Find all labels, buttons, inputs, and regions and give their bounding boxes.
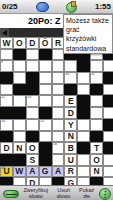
grid-cell-r2c2[interactable] [26, 60, 39, 72]
black-cell-r6c3 [39, 107, 52, 119]
grid-cell-r11c6[interactable] [77, 166, 90, 178]
grid-cell-r8c1[interactable] [13, 131, 26, 143]
grid-cell-r4c6[interactable] [77, 84, 90, 96]
grid-cell-r4c3[interactable] [39, 84, 52, 96]
clue-number: 20 [1, 166, 5, 170]
black-cell-r9c6 [77, 142, 90, 154]
black-cell-r2c6 [77, 60, 90, 72]
grid-cell-r11c0[interactable]: U20 [0, 166, 13, 178]
black-cell-r4c5 [64, 84, 77, 96]
app-badge-icon [36, 2, 49, 12]
black-cell-r10c1 [13, 154, 26, 166]
grid-cell-r3c5[interactable]: 10 [64, 72, 77, 84]
clue-number: 14 [1, 119, 5, 123]
black-cell-r4c7 [90, 84, 103, 96]
verify-word-button[interactable]: Zweryfikuj słowo [23, 188, 48, 199]
black-cell-r8c7 [90, 131, 103, 143]
grid-cell-r2c5[interactable] [64, 60, 77, 72]
black-cell-r12c4 [52, 177, 65, 185]
grid-cell-r7c6[interactable] [77, 119, 90, 131]
black-cell-r7c8 [103, 119, 113, 131]
grid-cell-r11c3[interactable]: G [39, 166, 52, 178]
grid-cell-r8c5[interactable]: N [64, 131, 77, 143]
grid-cell-r5c7[interactable] [90, 95, 103, 107]
grid-cell-r1c0[interactable] [0, 49, 13, 61]
grid-cell-r9c4[interactable]: 16 [52, 142, 65, 154]
grid-cell-r2c7[interactable] [90, 60, 103, 72]
grid-cell-r6c2[interactable] [26, 107, 39, 119]
grid-cell-r9c7[interactable]: T [90, 142, 103, 154]
timer: 1:55 [95, 2, 111, 11]
grid-cell-r8c6[interactable] [77, 131, 90, 143]
grid-cell-r12c8[interactable] [103, 177, 113, 185]
clue-number: 10 [65, 72, 69, 76]
grid-cell-r10c2[interactable]: S [26, 154, 39, 166]
black-cell-r6c0 [0, 107, 13, 119]
achievement-badge-icon [66, 2, 77, 13]
current-clue-text: 20Po: Z [28, 16, 61, 26]
clue-number: 16 [53, 142, 57, 146]
black-cell-r8c0 [0, 131, 13, 143]
tooltip-line: krzyżówki [66, 34, 110, 43]
grid-cell-r11c5[interactable]: R [64, 166, 77, 178]
grid-cell-r2c3[interactable] [39, 60, 52, 72]
grid-cell-r8c3[interactable] [39, 131, 52, 143]
scroll-left-button[interactable] [0, 28, 9, 37]
grid-cell-r7c0[interactable]: 14 [0, 119, 13, 131]
black-cell-r9c8 [103, 142, 113, 154]
clue-number: 11 [91, 72, 95, 76]
grid-cell-r2c1[interactable] [13, 60, 26, 72]
grid-cell-r1c2[interactable] [26, 49, 39, 61]
grid-cell-r12c1[interactable] [13, 177, 26, 185]
black-cell-r8c2 [26, 131, 39, 143]
grid-cell-r7c5[interactable]: Y [64, 119, 77, 131]
tooltip-line: Możesz także [66, 16, 110, 25]
black-cell-r6c1 [13, 107, 26, 119]
black-cell-r12c0 [0, 177, 13, 185]
grid-cell-r7c1[interactable] [13, 119, 26, 131]
grid-cell-r11c2[interactable]: A [26, 166, 39, 178]
grid-cell-r4c8[interactable] [103, 84, 113, 96]
hint-tooltip[interactable]: Możesz także grać krzyżówki standardowa [63, 14, 113, 54]
grid-cell-r7c7[interactable] [90, 119, 103, 131]
grid-cell-r8c8[interactable] [103, 131, 113, 143]
app-screen: 0/25 1:55 20Po: Z WODÓR910111213ED1415YN… [0, 0, 113, 200]
grid-cell-r8c4[interactable] [52, 131, 65, 143]
grid-cell-r3c7[interactable]: 11 [90, 72, 103, 84]
grid-cell-r11c7[interactable]: N [90, 166, 103, 178]
black-cell-r3c2 [26, 72, 39, 84]
black-cell-r12c7 [90, 177, 103, 185]
crossword-board[interactable]: WODÓR910111213ED1415YNDNO16BTSUOU20WAGAR… [0, 37, 113, 185]
grid-cell-r0c3[interactable]: Ó [39, 37, 52, 49]
grid-cell-r5c5[interactable]: E [64, 95, 77, 107]
green-pill-icon[interactable] [3, 190, 19, 198]
grid-cell-r2c0[interactable]: 9 [0, 60, 13, 72]
clue-number: 15 [40, 119, 44, 123]
clue-number: 12 [1, 95, 5, 99]
score-counter: 0/25 [2, 2, 18, 11]
grid-cell-r3c6[interactable] [77, 72, 90, 84]
tooltip-line: grać [66, 25, 110, 34]
show-wrong-button[interactable]: Pokaż złe [77, 188, 95, 199]
grid-cell-r10c5[interactable]: U [64, 154, 77, 166]
grid-cell-r5c1[interactable] [13, 95, 26, 107]
black-cell-r10c3 [39, 154, 52, 166]
bottom-toolbar: Zweryfikuj słowo Usuń słowo Pokaż złe ⋮ [0, 185, 113, 200]
grid-cell-r3c1[interactable] [13, 72, 26, 84]
grid-cell-r11c8[interactable] [103, 166, 113, 178]
black-cell-r1c1 [13, 49, 26, 61]
clue-number: 13 [27, 95, 31, 99]
status-bar: 0/25 1:55 [0, 0, 113, 14]
grid-cell-r5c3[interactable] [39, 95, 52, 107]
black-cell-r1c3 [39, 49, 52, 61]
black-cell-r9c3 [39, 142, 52, 154]
grid-cell-r11c1[interactable]: W [13, 166, 26, 178]
black-cell-r3c8 [103, 72, 113, 84]
grid-cell-r0c0[interactable]: W [0, 37, 13, 49]
grid-cell-r5c2[interactable]: 13 [26, 95, 39, 107]
grid-cell-r12c6[interactable] [77, 177, 90, 185]
grid-cell-r11c4[interactable]: A [52, 166, 65, 178]
grid-cell-r9c0[interactable]: D [0, 142, 13, 154]
grid-cell-r9c2[interactable]: O [26, 142, 39, 154]
black-cell-r10c0 [0, 154, 13, 166]
grid-cell-r9c5[interactable]: B [64, 142, 77, 154]
black-cell-r4c2 [26, 84, 39, 96]
clue-number: 9 [1, 60, 3, 64]
delete-word-button[interactable]: Usuń słowo [54, 188, 72, 199]
grid-cell-r3c3[interactable] [39, 72, 52, 84]
grid-cell-r4c4[interactable] [52, 84, 65, 96]
grid-cell-r5c4[interactable] [52, 95, 65, 107]
grid-cell-r12c5[interactable]: G [64, 177, 77, 185]
grid-cell-r5c0[interactable]: 12 [0, 95, 13, 107]
black-cell-r5c6 [77, 95, 90, 107]
grid-cell-r6c5[interactable]: D [64, 107, 77, 119]
more-options-icon[interactable]: ⋮ [99, 188, 111, 200]
grid-cell-r2c8[interactable] [103, 60, 113, 72]
crossword-grid: WODÓR910111213ED1415YNDNO16BTSUOU20WAGAR… [0, 37, 113, 185]
grid-cell-r6c4[interactable] [52, 107, 65, 119]
black-cell-r4c1 [13, 84, 26, 96]
grid-cell-r7c3[interactable]: 15 [39, 119, 52, 131]
black-cell-r6c6 [77, 107, 90, 119]
left-arrow-icon [2, 30, 7, 36]
grid-cell-r7c4[interactable] [52, 119, 65, 131]
grid-cell-r6c7[interactable] [90, 107, 103, 119]
grid-cell-r10c7[interactable]: O [90, 154, 103, 166]
grid-cell-r10c4[interactable] [52, 154, 65, 166]
grid-cell-r6c8[interactable] [103, 107, 113, 119]
grid-cell-r7c2[interactable] [26, 119, 39, 131]
grid-cell-r10c6[interactable] [77, 154, 90, 166]
grid-cell-r3c4[interactable] [52, 72, 65, 84]
grid-cell-r4c0[interactable] [0, 84, 13, 96]
tooltip-line: standardowa [66, 44, 110, 53]
grid-cell-r0c2[interactable]: D [26, 37, 39, 49]
grid-cell-r10c8[interactable] [103, 154, 113, 166]
grid-cell-r9c1[interactable]: N [13, 142, 26, 154]
black-cell-r3c0 [0, 72, 13, 84]
grid-cell-r2c4[interactable] [52, 60, 65, 72]
grid-cell-r0c1[interactable]: O [13, 37, 26, 49]
grid-cell-r12c2[interactable]: D [26, 177, 39, 185]
black-cell-r5c8 [103, 95, 113, 107]
grid-cell-r12c3[interactable] [39, 177, 52, 185]
